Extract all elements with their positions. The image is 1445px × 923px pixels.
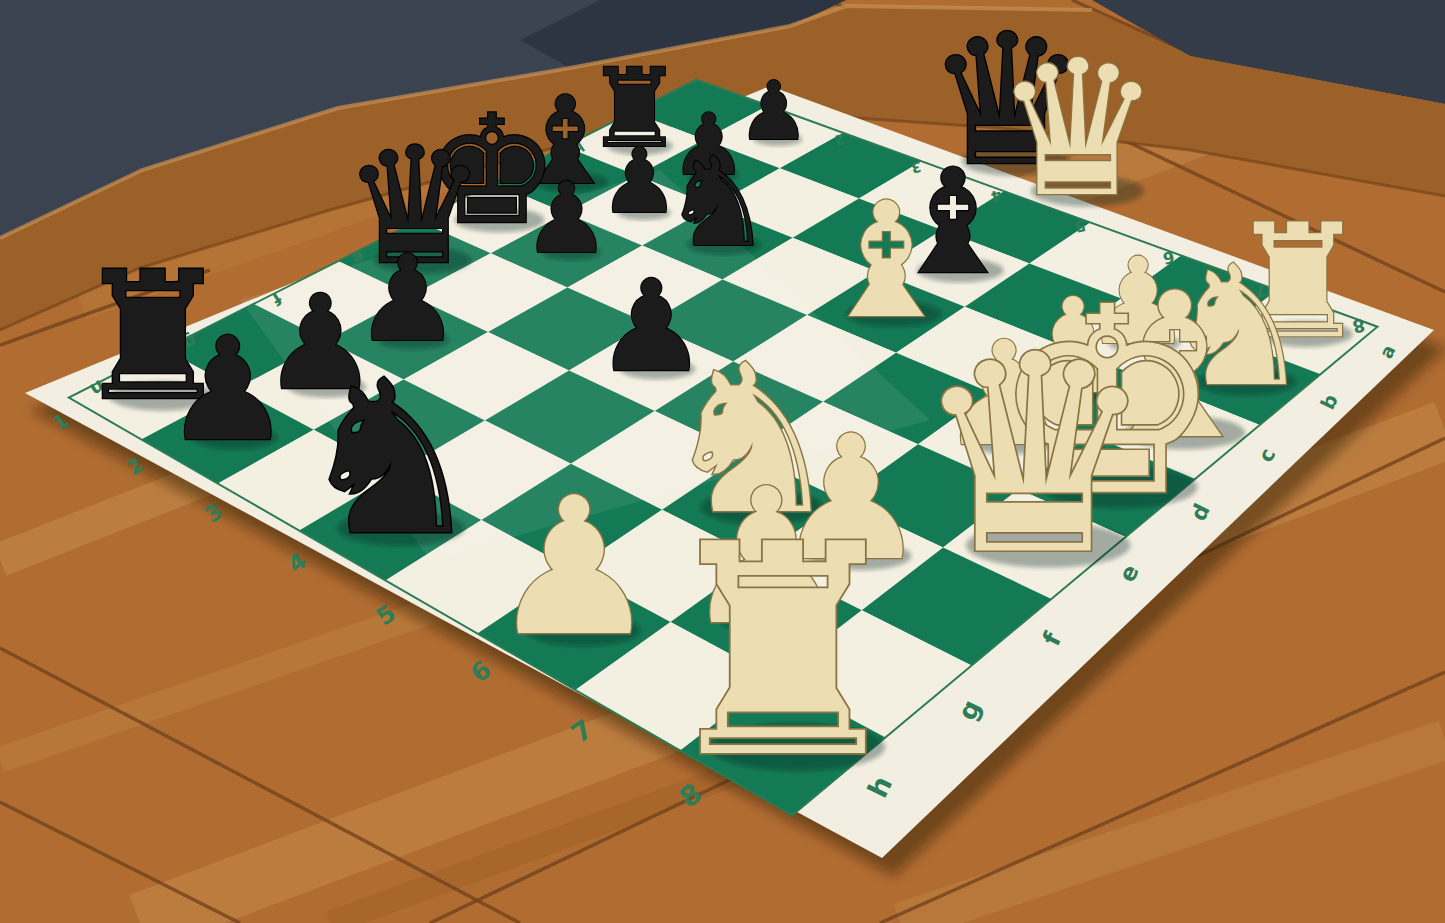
piece-white-pawn-h6[interactable]: ♟ bbox=[489, 457, 659, 678]
chess-scene: aa11bb22cc33dd44ee55ff66gg77hh88♟♜♛♟♝♛♟♚… bbox=[0, 0, 1445, 923]
piece-white-queen-e8[interactable]: ♛ bbox=[912, 296, 1157, 615]
piece-black-knight-h4[interactable]: ♞ bbox=[296, 335, 486, 582]
piece-black-pawn-h2[interactable]: ♟ bbox=[164, 306, 292, 473]
piece-white-rook-h8[interactable]: ♜ bbox=[652, 483, 913, 822]
spare-white-queen[interactable]: ♛ bbox=[994, 20, 1162, 238]
photo-stage: aa11bb22cc33dd44ee55ff66gg77hh88♟♜♛♟♝♛♟♚… bbox=[0, 0, 1445, 923]
